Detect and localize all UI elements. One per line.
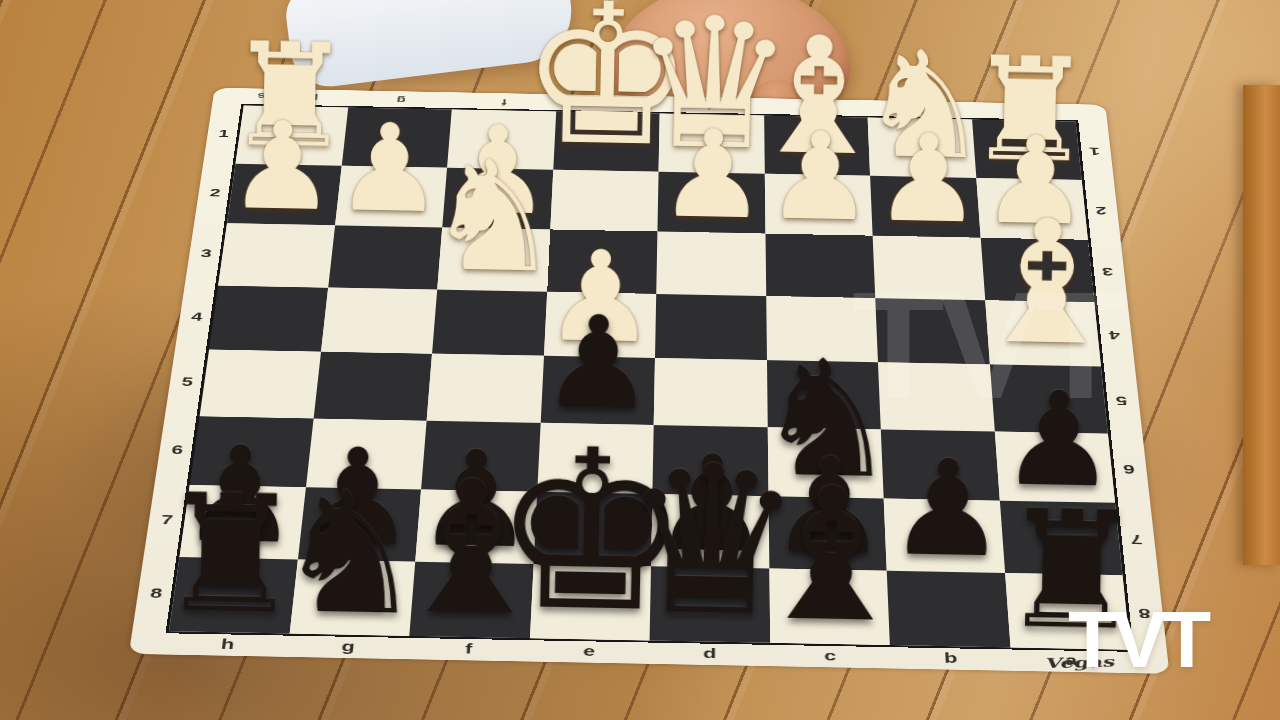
square-h4 [209, 285, 328, 351]
square-f7: ♟ [415, 490, 536, 564]
coordinate-label: h [244, 88, 350, 107]
tv-watermark-corner: TVT [1068, 594, 1207, 686]
coordinate-label: e [528, 638, 649, 664]
square-h2: ♟ [227, 163, 341, 225]
square-e8: ♚ [529, 564, 651, 641]
broadcast-photo: blancas hgfedcba Vegas hgfedcba 12345678… [0, 0, 1280, 720]
square-e3 [547, 229, 658, 293]
square-a7 [999, 501, 1122, 575]
square-a1: ♜ [972, 120, 1082, 180]
coordinate-label: a [970, 102, 1075, 121]
square-c1: ♝ [764, 116, 870, 176]
square-d6 [652, 425, 768, 496]
square-f6 [421, 420, 540, 491]
square-e6 [537, 423, 654, 494]
coordinate-label: g [348, 90, 453, 109]
square-a6: ♟ [994, 431, 1115, 503]
square-g5 [313, 352, 432, 421]
square-e4: ♟ [544, 292, 657, 358]
square-d8: ♛ [650, 566, 770, 643]
coordinate-label: 1 [1076, 122, 1114, 181]
square-f5 [427, 354, 544, 423]
square-f2: ♟ [442, 167, 553, 229]
square-b7: ♟ [884, 498, 1005, 572]
coordinate-label: e [556, 94, 660, 113]
square-h3 [218, 223, 334, 287]
square-b1: ♞ [868, 118, 976, 178]
square-g6 [305, 418, 426, 489]
square-h5 [200, 349, 321, 418]
coordinate-label: d [649, 640, 770, 666]
square-c2: ♟ [764, 174, 872, 236]
square-b6 [881, 429, 1000, 501]
square-d3 [656, 232, 766, 296]
square-g3 [328, 225, 443, 289]
square-f4 [432, 289, 547, 355]
square-g7: ♟ [297, 487, 421, 561]
square-b2: ♟ [870, 176, 980, 238]
square-d2: ♟ [657, 172, 765, 234]
coordinate-label: b [867, 100, 972, 119]
coordinate-label: d [660, 96, 764, 115]
square-d7: ♟ [651, 494, 769, 568]
square-c7: ♟ [768, 496, 887, 570]
square-g1 [341, 108, 451, 168]
square-b8 [887, 570, 1010, 647]
furniture-edge [1243, 85, 1280, 565]
coordinate-label: g [287, 634, 410, 660]
coordinate-label: h [166, 631, 289, 657]
coordinate-label: f [407, 636, 529, 662]
square-c8: ♝ [769, 568, 890, 645]
square-h8: ♜ [169, 557, 297, 634]
square-e7 [533, 492, 652, 566]
coordinate-label: c [770, 643, 891, 669]
square-h7: ♟ [180, 485, 306, 559]
square-f1 [447, 110, 556, 170]
tv-watermark-large: TVT [852, 258, 1121, 433]
square-d4 [655, 294, 766, 361]
square-e1: ♚ [553, 112, 660, 172]
coordinate-label: 2 [1082, 180, 1121, 241]
coordinate-label: c [763, 98, 867, 117]
coordinate-label: b [890, 645, 1012, 671]
square-e5: ♟ [540, 356, 655, 425]
square-d5 [654, 358, 768, 427]
square-h6 [190, 416, 313, 487]
coordinate-label: f [452, 92, 557, 111]
square-a2: ♟ [976, 178, 1088, 240]
square-e2 [550, 169, 659, 231]
square-g4 [321, 287, 438, 353]
square-h1: ♜ [236, 106, 348, 166]
square-g8: ♞ [289, 559, 415, 636]
square-d1: ♛ [659, 114, 765, 174]
square-f8: ♝ [409, 561, 533, 638]
square-g2: ♟ [335, 165, 447, 227]
square-c6: ♞ [767, 427, 883, 498]
square-f3: ♞ [437, 227, 550, 291]
